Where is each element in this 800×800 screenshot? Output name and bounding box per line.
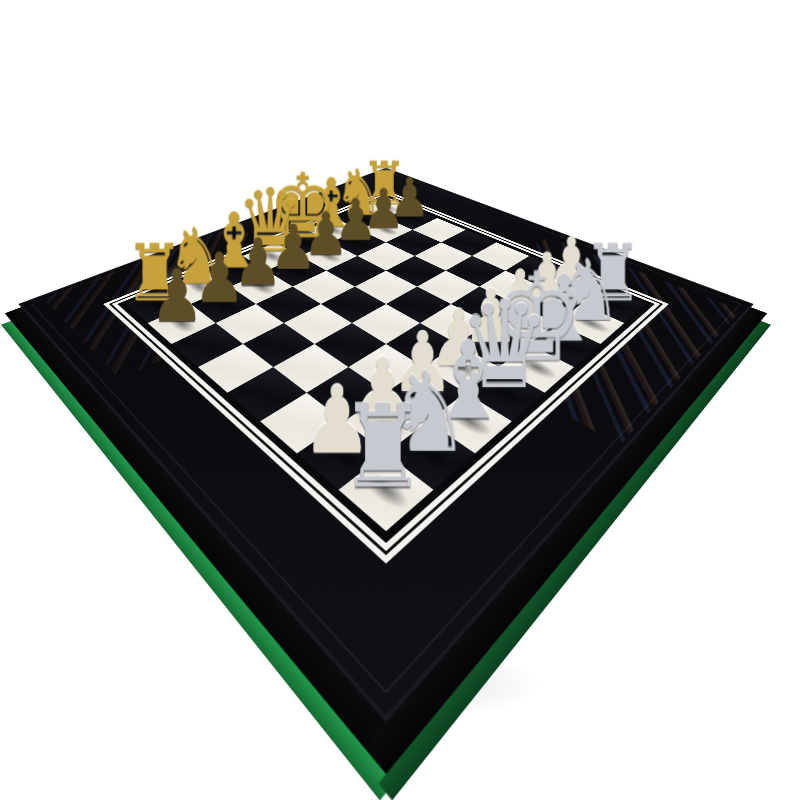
piece-glyph: ♟ <box>117 261 237 332</box>
piece-glyph: ♜ <box>299 389 467 504</box>
chessboard-3d: ♜♞♟♝♟♚♟♛♟♝♟♞♟♟♜♟♟♜♟♟♞♟♝♟♚♟♛♟♝♟♞♜ <box>18 168 753 722</box>
photo-backdrop: ♜♞♟♝♟♚♟♛♟♝♟♞♟♟♜♟♟♜♟♟♞♟♝♟♚♟♛♟♝♟♞♜ <box>0 0 800 800</box>
